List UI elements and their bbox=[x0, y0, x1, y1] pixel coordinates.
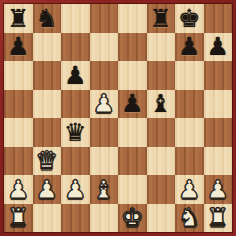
square-b4[interactable] bbox=[33, 118, 62, 147]
square-e4[interactable] bbox=[118, 118, 147, 147]
square-d2[interactable]: ♝ bbox=[90, 175, 119, 204]
square-b5[interactable] bbox=[33, 90, 62, 119]
square-c4[interactable]: ♛ bbox=[61, 118, 90, 147]
square-f3[interactable] bbox=[147, 147, 176, 176]
piece-black-pawn[interactable]: ♟ bbox=[4, 33, 33, 62]
square-g6[interactable] bbox=[175, 61, 204, 90]
square-e3[interactable] bbox=[118, 147, 147, 176]
piece-white-pawn[interactable]: ♟ bbox=[61, 175, 90, 204]
square-c6[interactable]: ♟ bbox=[61, 61, 90, 90]
square-h3[interactable] bbox=[204, 147, 233, 176]
square-g5[interactable] bbox=[175, 90, 204, 119]
square-c5[interactable] bbox=[61, 90, 90, 119]
piece-black-pawn[interactable]: ♟ bbox=[118, 90, 147, 119]
square-h4[interactable] bbox=[204, 118, 233, 147]
square-e6[interactable] bbox=[118, 61, 147, 90]
piece-white-pawn[interactable]: ♟ bbox=[4, 175, 33, 204]
square-f7[interactable] bbox=[147, 33, 176, 62]
square-a6[interactable] bbox=[4, 61, 33, 90]
square-e5[interactable]: ♟ bbox=[118, 90, 147, 119]
piece-white-king[interactable]: ♚ bbox=[118, 204, 147, 233]
piece-black-rook[interactable]: ♜ bbox=[4, 4, 33, 33]
square-e2[interactable] bbox=[118, 175, 147, 204]
piece-black-rook[interactable]: ♜ bbox=[147, 4, 176, 33]
square-f1[interactable] bbox=[147, 204, 176, 233]
square-g3[interactable] bbox=[175, 147, 204, 176]
square-a7[interactable]: ♟ bbox=[4, 33, 33, 62]
piece-black-king[interactable]: ♚ bbox=[175, 4, 204, 33]
piece-white-bishop[interactable]: ♝ bbox=[90, 175, 119, 204]
piece-black-pawn[interactable]: ♟ bbox=[61, 61, 90, 90]
piece-black-pawn[interactable]: ♟ bbox=[175, 33, 204, 62]
square-a4[interactable] bbox=[4, 118, 33, 147]
square-g1[interactable]: ♞ bbox=[175, 204, 204, 233]
piece-black-bishop[interactable]: ♝ bbox=[147, 90, 176, 119]
piece-white-pawn[interactable]: ♟ bbox=[33, 175, 62, 204]
square-b6[interactable] bbox=[33, 61, 62, 90]
square-h6[interactable] bbox=[204, 61, 233, 90]
square-c7[interactable] bbox=[61, 33, 90, 62]
square-d1[interactable] bbox=[90, 204, 119, 233]
square-b8[interactable]: ♞ bbox=[33, 4, 62, 33]
square-h2[interactable]: ♟ bbox=[204, 175, 233, 204]
square-e8[interactable] bbox=[118, 4, 147, 33]
square-c8[interactable] bbox=[61, 4, 90, 33]
square-f6[interactable] bbox=[147, 61, 176, 90]
square-a5[interactable] bbox=[4, 90, 33, 119]
piece-white-queen[interactable]: ♛ bbox=[33, 147, 62, 176]
square-h1[interactable]: ♜ bbox=[204, 204, 233, 233]
square-g8[interactable]: ♚ bbox=[175, 4, 204, 33]
square-b7[interactable] bbox=[33, 33, 62, 62]
piece-black-queen[interactable]: ♛ bbox=[61, 118, 90, 147]
square-g4[interactable] bbox=[175, 118, 204, 147]
square-b2[interactable]: ♟ bbox=[33, 175, 62, 204]
square-b1[interactable] bbox=[33, 204, 62, 233]
square-d6[interactable] bbox=[90, 61, 119, 90]
chess-board: ♜♞♜♚♟♟♟♟♟♟♝♛♛♟♟♟♝♟♟♜♚♞♜ bbox=[4, 4, 232, 232]
square-f5[interactable]: ♝ bbox=[147, 90, 176, 119]
square-c1[interactable] bbox=[61, 204, 90, 233]
piece-white-knight[interactable]: ♞ bbox=[175, 204, 204, 233]
square-f2[interactable] bbox=[147, 175, 176, 204]
square-d7[interactable] bbox=[90, 33, 119, 62]
square-a3[interactable] bbox=[4, 147, 33, 176]
square-g2[interactable]: ♟ bbox=[175, 175, 204, 204]
square-d5[interactable]: ♟ bbox=[90, 90, 119, 119]
square-d4[interactable] bbox=[90, 118, 119, 147]
square-d3[interactable] bbox=[90, 147, 119, 176]
square-a8[interactable]: ♜ bbox=[4, 4, 33, 33]
square-d8[interactable] bbox=[90, 4, 119, 33]
piece-white-pawn[interactable]: ♟ bbox=[175, 175, 204, 204]
square-c3[interactable] bbox=[61, 147, 90, 176]
square-b3[interactable]: ♛ bbox=[33, 147, 62, 176]
piece-white-rook[interactable]: ♜ bbox=[4, 204, 33, 233]
piece-white-pawn[interactable]: ♟ bbox=[90, 90, 119, 119]
square-f8[interactable]: ♜ bbox=[147, 4, 176, 33]
square-a1[interactable]: ♜ bbox=[4, 204, 33, 233]
square-e7[interactable] bbox=[118, 33, 147, 62]
square-g7[interactable]: ♟ bbox=[175, 33, 204, 62]
square-f4[interactable] bbox=[147, 118, 176, 147]
piece-black-pawn[interactable]: ♟ bbox=[204, 33, 233, 62]
square-c2[interactable]: ♟ bbox=[61, 175, 90, 204]
square-h8[interactable] bbox=[204, 4, 233, 33]
chess-board-frame: ♜♞♜♚♟♟♟♟♟♟♝♛♛♟♟♟♝♟♟♜♚♞♜ bbox=[0, 0, 236, 236]
piece-white-pawn[interactable]: ♟ bbox=[204, 175, 233, 204]
square-h7[interactable]: ♟ bbox=[204, 33, 233, 62]
piece-black-knight[interactable]: ♞ bbox=[33, 4, 62, 33]
piece-white-rook[interactable]: ♜ bbox=[204, 204, 233, 233]
square-a2[interactable]: ♟ bbox=[4, 175, 33, 204]
square-e1[interactable]: ♚ bbox=[118, 204, 147, 233]
square-h5[interactable] bbox=[204, 90, 233, 119]
